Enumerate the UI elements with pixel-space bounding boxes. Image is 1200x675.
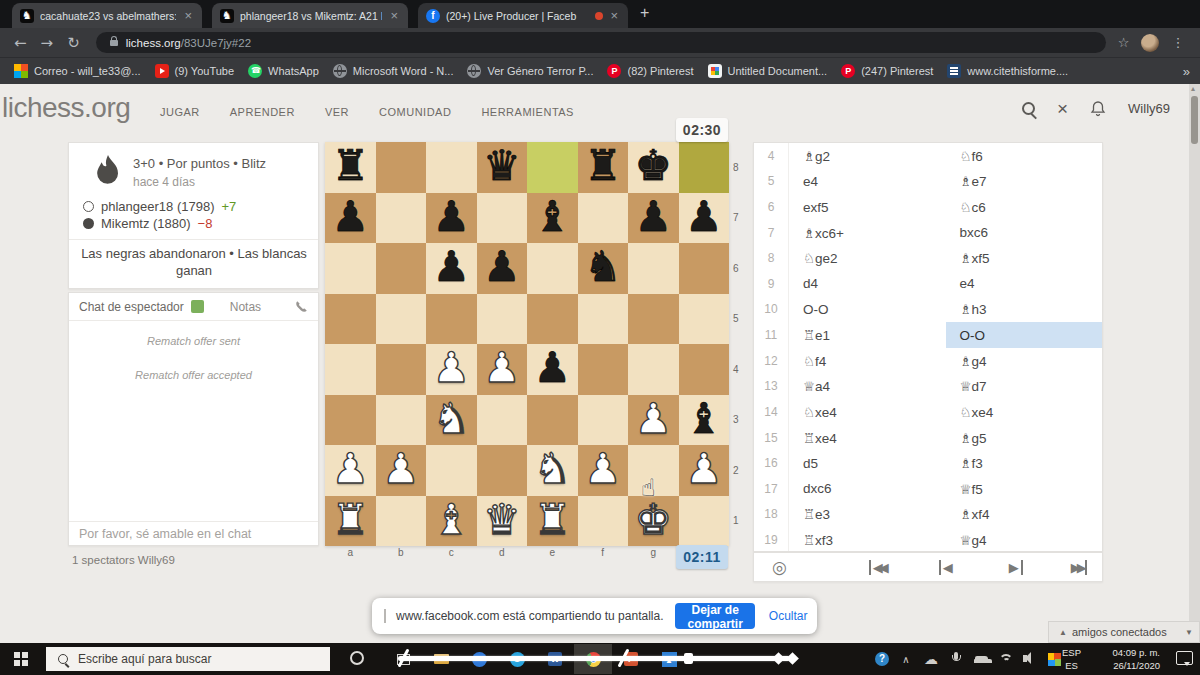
square-d6[interactable]: ♟ <box>477 243 528 294</box>
file-label-f: f <box>578 547 629 558</box>
file-labels: abcdefgh <box>325 547 729 558</box>
square-d5[interactable] <box>477 294 528 345</box>
white-bishop: ♝ <box>426 496 477 547</box>
skip-last-icon[interactable]: ▶▶ <box>1071 560 1087 575</box>
square-c4[interactable]: ♟ <box>426 344 477 395</box>
square-h4[interactable] <box>679 344 730 395</box>
square-a1[interactable]: ♜ <box>325 496 376 547</box>
search-icon <box>58 654 68 664</box>
browser-tab-3[interactable]: f (20+) Live Producer | Faceb × <box>418 3 628 28</box>
youtube-icon <box>155 64 169 78</box>
move-white-10[interactable]: O-O <box>789 297 946 323</box>
white-king: ♚ <box>628 496 679 547</box>
action-center-icon[interactable] <box>1176 651 1193 665</box>
white-rook: ♜ <box>325 496 376 547</box>
black-pawn: ♟ <box>628 193 679 244</box>
move-row: 18♖e3♗xf4 <box>754 502 1102 528</box>
white-pawn: ♟ <box>679 445 730 496</box>
move-number: 17 <box>754 476 789 502</box>
white-clock: 02:11 <box>676 545 728 569</box>
move-row: 6exf5♘c6 <box>754 194 1102 220</box>
nav-ver[interactable]: VER <box>325 106 349 118</box>
friends-bar[interactable]: ▲ amigos conectados ▼ <box>1048 621 1200 643</box>
file-label-g: g <box>628 547 679 558</box>
square-g7[interactable]: ♟ <box>628 193 679 244</box>
url-host: lichess.org <box>126 37 181 49</box>
challenges-x-icon[interactable]: × <box>1057 102 1068 116</box>
bookmark-label: Correo - will_te33@... <box>34 65 141 77</box>
square-e4[interactable]: ♟ <box>527 344 578 395</box>
black-pawn: ♟ <box>527 344 578 395</box>
square-g8[interactable]: ♚ <box>628 142 679 193</box>
facebook-icon: f <box>426 9 440 23</box>
move-black-4[interactable]: ♘f6 <box>946 143 1103 169</box>
bookmark[interactable]: Microsoft Word - N... <box>333 64 454 78</box>
rank-label-7: 7 <box>733 193 739 244</box>
lichess-logo[interactable]: lichess.org <box>2 92 130 124</box>
black-king: ♚ <box>628 142 679 193</box>
move-black-15[interactable]: ♗g5 <box>946 425 1103 451</box>
move-white-16[interactable]: d5 <box>789 450 946 476</box>
move-black-14[interactable]: ♘xe4 <box>946 399 1103 425</box>
move-number: 13 <box>754 373 789 399</box>
square-c1[interactable]: ♝ <box>426 496 477 547</box>
black-clock: 02:30 <box>676 118 728 142</box>
overlay-knob <box>684 653 693 664</box>
new-tab-button[interactable]: + <box>640 4 649 22</box>
move-white-15[interactable]: ♖xe4 <box>789 425 946 451</box>
bookmark[interactable]: (247) Pinterest <box>841 64 933 78</box>
square-d3[interactable] <box>477 395 528 446</box>
bookmark[interactable]: (82) Pinterest <box>607 64 693 78</box>
wifi-icon[interactable] <box>998 651 1014 667</box>
skip-first-icon[interactable]: ◀◀ <box>869 560 889 575</box>
move-white-7[interactable]: ♗xc6+ <box>789 220 946 246</box>
mouse-cursor-hand: ☝ <box>641 474 656 502</box>
tab-title: phlangeer18 vs Mikemtz: A21 En <box>240 10 382 22</box>
globe-icon <box>333 64 347 78</box>
move-number: 9 <box>754 271 789 297</box>
square-h1[interactable] <box>679 496 730 547</box>
stop-sharing-button[interactable]: Dejar de compartir <box>675 603 754 629</box>
file-label-e: e <box>527 547 578 558</box>
black-rook: ♜ <box>325 142 376 193</box>
move-white-18[interactable]: ♖e3 <box>789 502 946 528</box>
rank-label-3: 3 <box>733 395 739 446</box>
move-row: 15♖xe4♗g5 <box>754 425 1102 451</box>
square-b6[interactable] <box>376 243 427 294</box>
tab-spectator-chat[interactable]: Chat de espectador <box>79 300 184 314</box>
rank-label-4: 4 <box>733 344 739 395</box>
move-number: 11 <box>754 322 789 348</box>
black-bishop: ♝ <box>679 395 730 446</box>
move-row: 17dxc6♕f5 <box>754 476 1102 502</box>
white-color-icon <box>83 201 94 212</box>
file-label-c: c <box>426 547 477 558</box>
white-pawn: ♟ <box>376 445 427 496</box>
move-black-11[interactable]: O-O <box>946 322 1103 348</box>
square-c5[interactable] <box>426 294 477 345</box>
whatsapp-icon <box>248 64 262 78</box>
black-player-row[interactable]: Mikemtz (1880) −8 <box>83 216 212 231</box>
move-row: 16d5♗f3 <box>754 450 1102 476</box>
menu-kebab-icon[interactable]: ⋮ <box>1171 35 1184 50</box>
browser-tab-1[interactable]: ♞ cacahuate23 vs abelmathers: B2 × <box>12 3 202 28</box>
game-info-card: 3+0 • Por puntos • Blitz hace 4 días phl… <box>68 142 319 289</box>
square-b3[interactable] <box>376 395 427 446</box>
page-scrollbar[interactable] <box>1189 84 1200 643</box>
move-black-5[interactable]: ♗e7 <box>946 169 1103 195</box>
square-c7[interactable]: ♟ <box>426 193 477 244</box>
forward-icon[interactable]: → <box>41 34 54 52</box>
move-number: 6 <box>754 194 789 220</box>
square-b1[interactable] <box>376 496 427 547</box>
move-number: 7 <box>754 220 789 246</box>
white-queen: ♛ <box>477 496 528 547</box>
microsoft-icon <box>14 64 28 78</box>
move-white-4[interactable]: ♗g2 <box>789 143 946 169</box>
scrollbar-thumb[interactable] <box>1191 96 1198 144</box>
nav-comunidad[interactable]: COMUNIDAD <box>379 106 451 118</box>
chevron-up-icon: ▲ <box>1059 628 1067 637</box>
taskbar-clock[interactable]: 04:09 p. m.26/11/2020 <box>1094 646 1160 672</box>
square-b8[interactable] <box>376 142 427 193</box>
black-color-icon <box>83 218 94 229</box>
square-g4[interactable] <box>628 344 679 395</box>
square-h7[interactable]: ♟ <box>679 193 730 244</box>
game-result: Las negras abandonaron • Las blancas gan… <box>79 245 309 279</box>
square-g3[interactable]: ♟ <box>628 395 679 446</box>
square-g5[interactable] <box>628 294 679 345</box>
move-black-18[interactable]: ♗xf4 <box>946 502 1103 528</box>
bookmark-label: (247) Pinterest <box>861 65 933 77</box>
file-label-b: b <box>376 547 427 558</box>
screen-icon <box>384 609 386 623</box>
square-f7[interactable] <box>578 193 629 244</box>
rank-label-5: 5 <box>733 294 739 345</box>
black-bishop: ♝ <box>527 193 578 244</box>
bookmarks-overflow-icon[interactable]: » <box>1183 64 1190 79</box>
move-white-19[interactable]: ♖xf3 <box>789 527 946 552</box>
bookmark-label: WhatsApp <box>268 65 319 77</box>
white-pawn: ♟ <box>426 344 477 395</box>
square-a3[interactable] <box>325 395 376 446</box>
lock-icon <box>110 40 118 46</box>
move-number: 12 <box>754 348 789 374</box>
share-overlay-line <box>398 656 790 661</box>
search-placeholder: Escribe aquí para buscar <box>78 652 211 666</box>
move-row: 12♘f4♗g4 <box>754 348 1102 374</box>
pinterest-icon <box>841 64 855 78</box>
move-black-6[interactable]: ♘c6 <box>946 194 1103 220</box>
move-number: 4 <box>754 143 789 169</box>
move-row: 19♖xf3♕g4 <box>754 527 1102 552</box>
url-path: /83UJe7jy#22 <box>181 37 251 49</box>
browser-tab-2-active[interactable]: ♞ phlangeer18 vs Mikemtz: A21 En × <box>212 3 408 28</box>
white-pawn: ♟ <box>325 445 376 496</box>
site-nav: JUGAR APRENDER VER COMUNIDAD HERRAMIENTA… <box>160 106 574 118</box>
square-a7[interactable]: ♟ <box>325 193 376 244</box>
tab-title: cacahuate23 vs abelmathers: B2 <box>40 10 176 22</box>
chat-message: Rematch offer sent <box>69 335 318 347</box>
divider <box>69 239 318 240</box>
replay-controls: ◎ ◀◀ ◀ ▶ ▶▶ <box>753 552 1103 582</box>
square-h3[interactable]: ♝ <box>679 395 730 446</box>
bookmark[interactable]: Untitled Document... <box>708 64 828 78</box>
white-knight: ♞ <box>426 395 477 446</box>
white-knight: ♞ <box>527 445 578 496</box>
square-c6[interactable]: ♟ <box>426 243 477 294</box>
square-g6[interactable] <box>628 243 679 294</box>
bookmark[interactable]: WhatsApp <box>248 64 319 78</box>
square-f6[interactable]: ♞ <box>578 243 629 294</box>
move-row: 10O-O♗h3 <box>754 297 1102 323</box>
black-pawn: ♟ <box>477 243 528 294</box>
square-e7[interactable]: ♝ <box>527 193 578 244</box>
square-h8[interactable] <box>679 142 730 193</box>
white-pawn: ♟ <box>477 344 528 395</box>
square-e2[interactable]: ♞ <box>527 445 578 496</box>
square-a8[interactable]: ♜ <box>325 142 376 193</box>
square-c8[interactable] <box>426 142 477 193</box>
file-label-a: a <box>325 547 376 558</box>
square-f2[interactable]: ♟ <box>578 445 629 496</box>
move-white-8[interactable]: ♘ge2 <box>789 245 946 271</box>
move-black-13[interactable]: ♕d7 <box>946 373 1103 399</box>
move-row: 5e4♗e7 <box>754 169 1102 195</box>
rank-label-6: 6 <box>733 243 739 294</box>
tab-notes[interactable]: Notas <box>230 300 261 314</box>
profile-avatar[interactable] <box>1141 34 1159 52</box>
username[interactable]: Willy69 <box>1128 101 1170 116</box>
chevron-up-icon[interactable]: ∧ <box>898 651 914 667</box>
move-black-9[interactable]: e4 <box>946 271 1103 297</box>
cite-icon <box>947 64 961 78</box>
mic-icon[interactable] <box>948 651 964 667</box>
bookmarks-bar-items: Correo - will_te33@...(9) YouTubeWhatsAp… <box>0 64 1068 78</box>
bookmark-label: (82) Pinterest <box>627 65 693 77</box>
system-tray: ?∧☁ <box>875 643 1061 675</box>
square-c3[interactable]: ♞ <box>426 395 477 446</box>
step-back-icon[interactable]: ◀ <box>939 560 953 575</box>
bookmark-label: Untitled Document... <box>728 65 828 77</box>
tab-title: (20+) Live Producer | Faceb <box>446 10 589 22</box>
windows-taskbar: Escribe aquí para buscar ?∧☁ ESPES 04:09… <box>0 643 1200 675</box>
black-pawn: ♟ <box>679 193 730 244</box>
square-b4[interactable] <box>376 344 427 395</box>
bookmark[interactable]: (9) YouTube <box>155 64 235 78</box>
bookmark-label: Microsoft Word - N... <box>353 65 454 77</box>
square-a6[interactable] <box>325 243 376 294</box>
bell-icon[interactable] <box>1090 100 1106 117</box>
move-number: 5 <box>754 169 789 195</box>
square-f1[interactable] <box>578 496 629 547</box>
move-white-14[interactable]: ♘xe4 <box>789 399 946 425</box>
bookmark[interactable]: Ver Género Terror P... <box>467 64 593 78</box>
square-g1[interactable]: ♚ <box>628 496 679 547</box>
move-black-8[interactable]: ♗xf5 <box>946 245 1103 271</box>
move-white-17[interactable]: dxc6 <box>789 476 946 502</box>
browser-tab-strip: ♞ cacahuate23 vs abelmathers: B2 × ♞ phl… <box>0 0 1200 28</box>
move-white-13[interactable]: ♕a4 <box>789 373 946 399</box>
move-number: 15 <box>754 425 789 451</box>
reload-icon[interactable]: ↻ <box>67 34 80 52</box>
back-icon[interactable]: ← <box>14 34 27 52</box>
move-number: 18 <box>754 502 789 528</box>
black-rating-delta: −8 <box>198 216 213 231</box>
square-b5[interactable] <box>376 294 427 345</box>
chat-input[interactable] <box>69 521 318 545</box>
white-player-name[interactable]: phlangeer18 (1798) <box>101 199 214 214</box>
square-f5[interactable] <box>578 294 629 345</box>
move-black-17[interactable]: ♕f5 <box>946 476 1103 502</box>
overlay-diamond <box>786 652 799 665</box>
square-h5[interactable] <box>679 294 730 345</box>
pinterest-icon <box>607 64 621 78</box>
move-white-12[interactable]: ♘f4 <box>789 348 946 374</box>
phone-icon[interactable] <box>294 300 308 314</box>
language-indicator[interactable]: ESPES <box>1062 646 1081 672</box>
speaker-icon[interactable] <box>1023 651 1039 667</box>
rank-label-2: 2 <box>733 445 739 496</box>
black-pawn: ♟ <box>426 243 477 294</box>
move-row: 14♘xe4♘xe4 <box>754 399 1102 425</box>
move-number: 16 <box>754 450 789 476</box>
chevron-down-icon[interactable]: ▼ <box>1185 628 1193 637</box>
address-bar[interactable]: lichess.org /83UJe7jy#22 <box>96 32 1106 53</box>
close-icon[interactable]: × <box>388 9 400 22</box>
square-d4[interactable]: ♟ <box>477 344 528 395</box>
rank-label-1: 1 <box>733 496 739 547</box>
move-panel: 4♗g2♘f65e4♗e76exf5♘c67♗xc6+bxc68♘ge2♗xf5… <box>753 142 1103 552</box>
lichess-page: lichess.org JUGAR APRENDER VER COMUNIDAD… <box>0 84 1200 643</box>
taskbar-search[interactable]: Escribe aquí para buscar <box>46 647 330 671</box>
overlay-diamond <box>772 652 785 665</box>
screen: ♞ cacahuate23 vs abelmathers: B2 × ♞ phl… <box>0 0 1200 675</box>
hide-link[interactable]: Ocultar <box>769 609 808 623</box>
nav-jugar[interactable]: JUGAR <box>160 106 200 118</box>
help-icon[interactable]: ? <box>875 652 889 666</box>
square-d2[interactable] <box>477 445 528 496</box>
black-pawn: ♟ <box>426 193 477 244</box>
move-black-16[interactable]: ♗f3 <box>946 450 1103 476</box>
bookmark[interactable]: Correo - will_te33@... <box>14 64 141 78</box>
chat-toggle[interactable] <box>191 300 204 313</box>
search-icon[interactable] <box>1022 102 1035 115</box>
black-knight: ♞ <box>578 243 629 294</box>
file-label-d: d <box>477 547 528 558</box>
rank-labels: 87654321 <box>733 142 739 546</box>
square-c2[interactable] <box>426 445 477 496</box>
square-h2[interactable]: ♟ <box>679 445 730 496</box>
bookmarks-bar: Correo - will_te33@...(9) YouTubeWhatsAp… <box>0 57 1200 84</box>
black-queen: ♛ <box>477 142 528 193</box>
browser-toolbar: ← → ↻ lichess.org /83UJe7jy#22 ☆ ⋮ <box>0 28 1200 57</box>
nav-aprender[interactable]: APRENDER <box>230 106 295 118</box>
white-player-row[interactable]: phlangeer18 (1798) +7 <box>83 199 236 214</box>
square-a4[interactable] <box>325 344 376 395</box>
square-b7[interactable] <box>376 193 427 244</box>
square-a2[interactable]: ♟ <box>325 445 376 496</box>
chat-tabs: Chat de espectador Notas <box>69 293 318 321</box>
recording-dot-icon <box>595 12 603 20</box>
move-white-11[interactable]: ♖e1 <box>789 322 946 348</box>
square-d8[interactable]: ♛ <box>477 142 528 193</box>
share-text: www.facebook.com está compartiendo tu pa… <box>396 609 663 623</box>
move-black-19[interactable]: ♕g4 <box>946 527 1103 552</box>
game-time-ago: hace 4 días <box>133 175 195 189</box>
square-e5[interactable] <box>527 294 578 345</box>
move-black-12[interactable]: ♗g4 <box>946 348 1103 374</box>
document-icon <box>708 64 722 78</box>
move-black-7[interactable]: bxc6 <box>946 220 1103 246</box>
square-e1[interactable]: ♜ <box>527 496 578 547</box>
spectators-label: 1 spectators Willy69 <box>72 554 175 566</box>
chess-board: ♜♛♜♚♟♟♝♟♟♟♟♞♟♟♟♞♟♝♟♟♞♟♟♜♝♛♜♚ <box>325 142 729 546</box>
square-a5[interactable] <box>325 294 376 345</box>
move-number: 10 <box>754 297 789 323</box>
square-f8[interactable]: ♜ <box>578 142 629 193</box>
start-button-icon[interactable] <box>14 652 20 658</box>
screen-share-bar: www.facebook.com está compartiendo tu pa… <box>372 598 817 634</box>
target-icon[interactable]: ◎ <box>772 557 787 577</box>
friends-label: amigos conectados <box>1072 626 1167 638</box>
square-f3[interactable] <box>578 395 629 446</box>
move-row: 13♕a4♕d7 <box>754 373 1102 399</box>
chat-message: Rematch offer accepted <box>69 369 318 381</box>
black-rook: ♜ <box>578 142 629 193</box>
close-icon[interactable]: × <box>608 9 620 22</box>
move-number: 19 <box>754 527 789 552</box>
move-black-10[interactable]: ♗h3 <box>946 297 1103 323</box>
white-pawn: ♟ <box>628 395 679 446</box>
close-icon[interactable]: × <box>182 9 194 22</box>
square-d1[interactable]: ♛ <box>477 496 528 547</box>
square-b2[interactable]: ♟ <box>376 445 427 496</box>
move-white-9[interactable]: d4 <box>789 271 946 297</box>
move-number: 14 <box>754 399 789 425</box>
bookmark-label: Ver Género Terror P... <box>487 65 593 77</box>
move-number: 8 <box>754 245 789 271</box>
nav-herramientas[interactable]: HERRAMIENTAS <box>481 106 574 118</box>
colors-icon[interactable] <box>1048 653 1061 666</box>
car-icon[interactable] <box>973 651 989 667</box>
bookmark-label: (9) YouTube <box>175 65 235 77</box>
square-e6[interactable] <box>527 243 578 294</box>
white-rating-delta: +7 <box>221 199 236 214</box>
bookmark-star-icon[interactable]: ☆ <box>1118 35 1130 50</box>
rank-label-8: 8 <box>733 142 739 193</box>
square-e3[interactable] <box>527 395 578 446</box>
black-player-name[interactable]: Mikemtz (1880) <box>101 216 191 231</box>
square-e8[interactable] <box>527 142 578 193</box>
cloud-icon[interactable]: ☁ <box>923 651 939 667</box>
square-h6[interactable] <box>679 243 730 294</box>
bookmark[interactable]: www.citethisforme.... <box>947 64 1068 78</box>
square-f4[interactable] <box>578 344 629 395</box>
move-row: 7♗xc6+bxc6 <box>754 220 1102 246</box>
move-white-5[interactable]: e4 <box>789 169 946 195</box>
lichess-knight-icon: ♞ <box>220 9 234 23</box>
step-forward-icon[interactable]: ▶ <box>1009 560 1023 575</box>
square-d7[interactable] <box>477 193 528 244</box>
move-list: 4♗g2♘f65e4♗e76exf5♘c67♗xc6+bxc68♘ge2♗xf5… <box>754 143 1102 552</box>
move-white-6[interactable]: exf5 <box>789 194 946 220</box>
cortana-icon[interactable] <box>350 651 364 665</box>
bookmark-label: www.citethisforme.... <box>967 65 1068 77</box>
white-rook: ♜ <box>527 496 578 547</box>
lichess-knight-icon: ♞ <box>20 9 34 23</box>
